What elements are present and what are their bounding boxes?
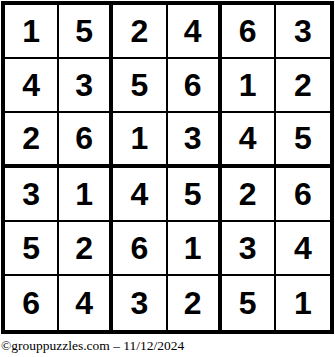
cell-r2c1: 4 — [5, 59, 59, 113]
cell-r1c1: 1 — [5, 5, 59, 59]
cell-r3c2: 6 — [59, 113, 113, 167]
cell-r6c5: 5 — [222, 276, 276, 330]
cell-r2c4: 6 — [168, 59, 222, 113]
cell-r1c5: 6 — [222, 5, 276, 59]
cell-r6c2: 4 — [59, 276, 113, 330]
cell-r3c4: 3 — [168, 113, 222, 167]
cell-r1c4: 4 — [168, 5, 222, 59]
cell-r2c5: 1 — [222, 59, 276, 113]
cell-r2c2: 3 — [59, 59, 113, 113]
cell-r6c3: 3 — [113, 276, 167, 330]
cell-r5c4: 1 — [168, 222, 222, 276]
cell-r4c5: 2 — [222, 168, 276, 222]
cell-r3c6: 5 — [276, 113, 330, 167]
copyright-text: ©grouppuzzles.com – 11/12/2024 — [1, 338, 184, 353]
cell-r3c5: 4 — [222, 113, 276, 167]
cell-r4c4: 5 — [168, 168, 222, 222]
cell-r6c1: 6 — [5, 276, 59, 330]
cell-r5c2: 2 — [59, 222, 113, 276]
cell-r3c3: 1 — [113, 113, 167, 167]
cell-r4c2: 1 — [59, 168, 113, 222]
cell-r5c1: 5 — [5, 222, 59, 276]
cell-r5c3: 6 — [113, 222, 167, 276]
cell-r1c2: 5 — [59, 5, 113, 59]
cell-r3c1: 2 — [5, 113, 59, 167]
cell-r1c6: 3 — [276, 5, 330, 59]
cell-r4c6: 6 — [276, 168, 330, 222]
cell-r4c3: 4 — [113, 168, 167, 222]
cell-r6c6: 1 — [276, 276, 330, 330]
cell-r2c3: 5 — [113, 59, 167, 113]
copyright-footer: ©grouppuzzles.com – 11/12/2024 — [1, 338, 184, 354]
cell-r5c6: 4 — [276, 222, 330, 276]
sudoku-board: 1 5 2 4 6 3 4 3 5 6 1 2 2 6 1 3 4 5 3 1 … — [1, 1, 334, 334]
cell-r2c6: 2 — [276, 59, 330, 113]
cell-r4c1: 3 — [5, 168, 59, 222]
cell-r6c4: 2 — [168, 276, 222, 330]
sudoku-page: 1 5 2 4 6 3 4 3 5 6 1 2 2 6 1 3 4 5 3 1 … — [0, 0, 335, 357]
cell-r1c3: 2 — [113, 5, 167, 59]
cell-r5c5: 3 — [222, 222, 276, 276]
